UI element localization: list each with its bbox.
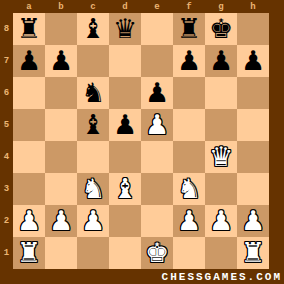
square-h8 [237,13,269,45]
square-c3: ♞ [77,173,109,205]
square-a5 [13,109,45,141]
square-d4 [109,141,141,173]
square-a4 [13,141,45,173]
white-pawn: ♟ [141,109,173,141]
square-h5 [237,109,269,141]
square-f7: ♟ [173,45,205,77]
black-rook: ♜ [173,13,205,45]
black-king: ♚ [205,13,237,45]
square-e2 [141,205,173,237]
square-e8 [141,13,173,45]
white-knight: ♞ [77,173,109,205]
file-label-f: f [173,0,205,14]
square-d2 [109,205,141,237]
square-g2: ♟ [205,205,237,237]
white-pawn: ♟ [13,205,45,237]
square-c6: ♞ [77,77,109,109]
square-d1 [109,237,141,269]
square-e6: ♟ [141,77,173,109]
file-label-g: g [205,0,237,14]
white-pawn: ♟ [205,205,237,237]
square-g4: ♛ [205,141,237,173]
file-label-d: d [109,0,141,14]
square-a2: ♟ [13,205,45,237]
white-pawn: ♟ [237,205,269,237]
rank-label-5: 5 [0,109,13,141]
file-label-c: c [77,0,109,14]
square-e7 [141,45,173,77]
chess-board-diagram: abcdefgh 87654321 ♜♝♛♜♚♟♟♟♟♟♞♟♝♟♟♛♞♝♞♟♟♟… [0,0,284,284]
black-bishop: ♝ [77,13,109,45]
white-king: ♚ [141,237,173,269]
white-pawn: ♟ [45,205,77,237]
white-pawn: ♟ [173,205,205,237]
black-knight: ♞ [77,77,109,109]
square-b2: ♟ [45,205,77,237]
square-h2: ♟ [237,205,269,237]
rank-label-4: 4 [0,141,13,173]
file-label-e: e [141,0,173,14]
square-e4 [141,141,173,173]
square-a8: ♜ [13,13,45,45]
square-f4 [173,141,205,173]
square-b8 [45,13,77,45]
square-e1: ♚ [141,237,173,269]
square-g8: ♚ [205,13,237,45]
black-queen: ♛ [109,13,141,45]
square-b3 [45,173,77,205]
square-e5: ♟ [141,109,173,141]
square-d6 [109,77,141,109]
square-g5 [205,109,237,141]
square-a3 [13,173,45,205]
square-d5: ♟ [109,109,141,141]
file-label-a: a [13,0,45,14]
file-labels: abcdefgh [13,0,269,13]
square-c1 [77,237,109,269]
file-label-b: b [45,0,77,14]
square-h1: ♜ [237,237,269,269]
square-g6 [205,77,237,109]
board: ♜♝♛♜♚♟♟♟♟♟♞♟♝♟♟♛♞♝♞♟♟♟♟♟♟♜♚♜ [13,13,269,269]
rank-label-7: 7 [0,45,13,77]
black-pawn: ♟ [13,45,45,77]
square-f8: ♜ [173,13,205,45]
rank-label-8: 8 [0,13,13,45]
square-h6 [237,77,269,109]
white-knight: ♞ [173,173,205,205]
square-f3: ♞ [173,173,205,205]
rank-label-6: 6 [0,77,13,109]
square-d8: ♛ [109,13,141,45]
square-b7: ♟ [45,45,77,77]
square-a1: ♜ [13,237,45,269]
square-a6 [13,77,45,109]
black-pawn: ♟ [45,45,77,77]
square-g3 [205,173,237,205]
white-pawn: ♟ [77,205,109,237]
square-d3: ♝ [109,173,141,205]
rank-label-1: 1 [0,237,13,269]
file-label-h: h [237,0,269,14]
square-c2: ♟ [77,205,109,237]
square-d7 [109,45,141,77]
square-b6 [45,77,77,109]
square-f5 [173,109,205,141]
white-rook: ♜ [237,237,269,269]
square-g7: ♟ [205,45,237,77]
square-c8: ♝ [77,13,109,45]
square-b1 [45,237,77,269]
square-c5: ♝ [77,109,109,141]
square-c7 [77,45,109,77]
square-b4 [45,141,77,173]
black-pawn: ♟ [141,77,173,109]
white-rook: ♜ [13,237,45,269]
site-brand-label: CHESSGAMES.COM [162,271,282,283]
black-rook: ♜ [13,13,45,45]
square-g1 [205,237,237,269]
rank-label-3: 3 [0,173,13,205]
white-queen: ♛ [205,141,237,173]
black-pawn: ♟ [109,109,141,141]
rank-label-2: 2 [0,205,13,237]
white-bishop: ♝ [109,173,141,205]
square-e3 [141,173,173,205]
black-pawn: ♟ [237,45,269,77]
square-b5 [45,109,77,141]
square-h3 [237,173,269,205]
square-c4 [77,141,109,173]
square-f1 [173,237,205,269]
rank-labels: 87654321 [0,13,13,269]
black-pawn: ♟ [173,45,205,77]
square-f6 [173,77,205,109]
square-a7: ♟ [13,45,45,77]
square-f2: ♟ [173,205,205,237]
black-bishop: ♝ [77,109,109,141]
square-h4 [237,141,269,173]
black-pawn: ♟ [205,45,237,77]
square-h7: ♟ [237,45,269,77]
